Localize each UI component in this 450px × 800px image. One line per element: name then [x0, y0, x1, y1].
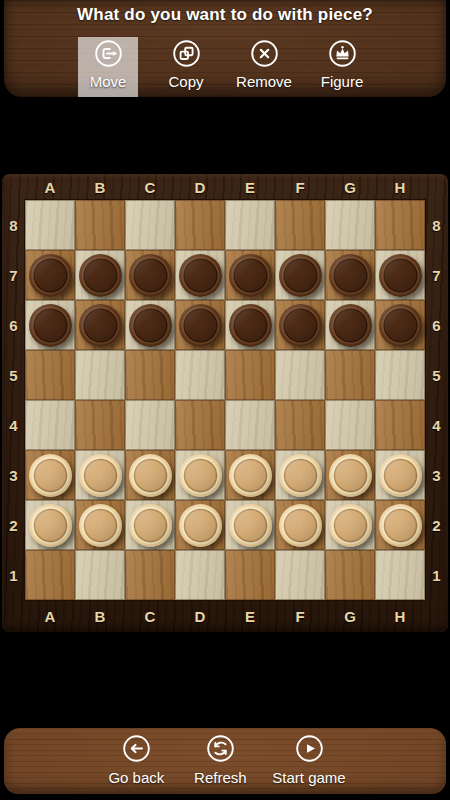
square-E8[interactable]: [225, 200, 275, 250]
square-B7[interactable]: [75, 250, 125, 300]
game-footer-toolbar: Go back Refresh Start game: [4, 728, 446, 794]
go-back-label: Go back: [108, 769, 164, 786]
dark-piece-H6[interactable]: [379, 304, 422, 347]
move-icon: [95, 40, 122, 67]
dialog-title: What do you want to do with piece?: [4, 0, 446, 25]
square-C5[interactable]: [125, 350, 175, 400]
piece-action-dialog: What do you want to do with piece? Move …: [4, 0, 446, 97]
square-B4[interactable]: [75, 400, 125, 450]
play-icon: [296, 735, 323, 762]
dark-piece-E6[interactable]: [229, 304, 272, 347]
copy-label: Copy: [168, 73, 203, 90]
dark-piece-H7[interactable]: [379, 254, 422, 297]
file-labels-top: ABCDEFGH: [25, 174, 425, 200]
square-E4[interactable]: [225, 400, 275, 450]
square-G4[interactable]: [325, 400, 375, 450]
square-F7[interactable]: [275, 250, 325, 300]
start-game-label: Start game: [272, 769, 345, 786]
file-label-E: E: [245, 179, 255, 196]
rank-labels-left: 87654321: [2, 200, 25, 600]
square-A1[interactable]: [25, 550, 75, 600]
square-D6[interactable]: [175, 300, 225, 350]
square-C2[interactable]: [125, 500, 175, 550]
square-C8[interactable]: [125, 200, 175, 250]
square-F6[interactable]: [275, 300, 325, 350]
dark-piece-D6[interactable]: [179, 304, 222, 347]
dark-piece-F7[interactable]: [279, 254, 322, 297]
rank-label-6: 6: [432, 317, 440, 334]
rank-label-1: 1: [9, 567, 17, 584]
remove-label: Remove: [236, 73, 292, 90]
piece-action-toolbar: Move Copy Remove Figure: [4, 37, 446, 97]
square-F5[interactable]: [275, 350, 325, 400]
light-piece-C2[interactable]: [129, 504, 172, 547]
file-label-C: C: [145, 179, 156, 196]
square-F1[interactable]: [275, 550, 325, 600]
square-A5[interactable]: [25, 350, 75, 400]
rank-label-5: 5: [432, 367, 440, 384]
square-A3[interactable]: [25, 450, 75, 500]
light-piece-B3[interactable]: [79, 454, 122, 497]
square-H1[interactable]: [375, 550, 425, 600]
dark-piece-C7[interactable]: [129, 254, 172, 297]
square-A2[interactable]: [25, 500, 75, 550]
square-D8[interactable]: [175, 200, 225, 250]
rank-label-5: 5: [9, 367, 17, 384]
copy-icon: [173, 40, 200, 67]
dark-piece-A6[interactable]: [29, 304, 72, 347]
refresh-label: Refresh: [194, 769, 247, 786]
square-D7[interactable]: [175, 250, 225, 300]
square-E7[interactable]: [225, 250, 275, 300]
light-piece-F2[interactable]: [279, 504, 322, 547]
square-G7[interactable]: [325, 250, 375, 300]
checkers-board: ABCDEFGH 87654321 87654321 ABCDEFGH: [2, 174, 448, 632]
rank-label-7: 7: [432, 267, 440, 284]
rank-label-2: 2: [432, 517, 440, 534]
square-G3[interactable]: [325, 450, 375, 500]
rank-label-4: 4: [9, 417, 17, 434]
light-piece-E3[interactable]: [229, 454, 272, 497]
square-B3[interactable]: [75, 450, 125, 500]
light-piece-E2[interactable]: [229, 504, 272, 547]
square-H2[interactable]: [375, 500, 425, 550]
rank-label-2: 2: [9, 517, 17, 534]
dark-piece-A7[interactable]: [29, 254, 72, 297]
refresh-icon: [207, 735, 234, 762]
file-label-H: H: [395, 179, 406, 196]
figure-button[interactable]: Figure: [312, 37, 372, 97]
dark-piece-G6[interactable]: [329, 304, 372, 347]
file-label-C: C: [145, 608, 156, 625]
square-D3[interactable]: [175, 450, 225, 500]
square-F4[interactable]: [275, 400, 325, 450]
square-B5[interactable]: [75, 350, 125, 400]
file-label-A: A: [45, 179, 56, 196]
file-label-B: B: [95, 608, 106, 625]
dark-piece-D7[interactable]: [179, 254, 222, 297]
light-piece-G2[interactable]: [329, 504, 372, 547]
square-E1[interactable]: [225, 550, 275, 600]
light-piece-C3[interactable]: [129, 454, 172, 497]
light-piece-B2[interactable]: [79, 504, 122, 547]
square-G8[interactable]: [325, 200, 375, 250]
refresh-button[interactable]: Refresh: [188, 728, 252, 794]
rank-label-4: 4: [432, 417, 440, 434]
square-F3[interactable]: [275, 450, 325, 500]
light-piece-F3[interactable]: [279, 454, 322, 497]
light-piece-A2[interactable]: [29, 504, 72, 547]
rank-label-3: 3: [432, 467, 440, 484]
square-E3[interactable]: [225, 450, 275, 500]
dark-piece-F6[interactable]: [279, 304, 322, 347]
move-button[interactable]: Move: [78, 37, 138, 97]
figure-label: Figure: [321, 73, 364, 90]
square-C1[interactable]: [125, 550, 175, 600]
square-A8[interactable]: [25, 200, 75, 250]
light-piece-H3[interactable]: [379, 454, 422, 497]
dark-piece-E7[interactable]: [229, 254, 272, 297]
square-H6[interactable]: [375, 300, 425, 350]
square-B8[interactable]: [75, 200, 125, 250]
square-C6[interactable]: [125, 300, 175, 350]
square-E6[interactable]: [225, 300, 275, 350]
file-label-G: G: [344, 608, 356, 625]
rank-label-6: 6: [9, 317, 17, 334]
dark-piece-C6[interactable]: [129, 304, 172, 347]
square-E5[interactable]: [225, 350, 275, 400]
square-B1[interactable]: [75, 550, 125, 600]
square-D4[interactable]: [175, 400, 225, 450]
file-labels-bottom: ABCDEFGH: [25, 600, 425, 632]
square-G5[interactable]: [325, 350, 375, 400]
light-piece-D2[interactable]: [179, 504, 222, 547]
square-G1[interactable]: [325, 550, 375, 600]
dark-piece-B7[interactable]: [79, 254, 122, 297]
square-A4[interactable]: [25, 400, 75, 450]
light-piece-G3[interactable]: [329, 454, 372, 497]
square-H5[interactable]: [375, 350, 425, 400]
file-label-H: H: [395, 608, 406, 625]
dark-piece-G7[interactable]: [329, 254, 372, 297]
square-D2[interactable]: [175, 500, 225, 550]
board-grid: [25, 200, 425, 600]
square-H4[interactable]: [375, 400, 425, 450]
square-C4[interactable]: [125, 400, 175, 450]
remove-button[interactable]: Remove: [234, 37, 294, 97]
file-label-A: A: [45, 608, 56, 625]
rank-label-8: 8: [9, 217, 17, 234]
file-label-B: B: [95, 179, 106, 196]
remove-icon: [251, 40, 278, 67]
file-label-D: D: [195, 179, 206, 196]
rank-label-1: 1: [432, 567, 440, 584]
figure-icon: [329, 40, 356, 67]
square-H7[interactable]: [375, 250, 425, 300]
light-piece-H2[interactable]: [379, 504, 422, 547]
square-D5[interactable]: [175, 350, 225, 400]
light-piece-A3[interactable]: [29, 454, 72, 497]
square-B2[interactable]: [75, 500, 125, 550]
square-C3[interactable]: [125, 450, 175, 500]
rank-label-3: 3: [9, 467, 17, 484]
square-F2[interactable]: [275, 500, 325, 550]
file-label-E: E: [245, 608, 255, 625]
go-back-button[interactable]: Go back: [104, 728, 168, 794]
light-piece-D3[interactable]: [179, 454, 222, 497]
square-A7[interactable]: [25, 250, 75, 300]
start-game-button[interactable]: Start game: [272, 728, 345, 794]
move-label: Move: [90, 73, 127, 90]
square-C7[interactable]: [125, 250, 175, 300]
file-label-D: D: [195, 608, 206, 625]
rank-labels-right: 87654321: [425, 200, 448, 600]
square-H3[interactable]: [375, 450, 425, 500]
square-H8[interactable]: [375, 200, 425, 250]
file-label-G: G: [344, 179, 356, 196]
back-icon: [123, 735, 150, 762]
copy-button[interactable]: Copy: [156, 37, 216, 97]
square-A6[interactable]: [25, 300, 75, 350]
file-label-F: F: [295, 608, 304, 625]
dark-piece-B6[interactable]: [79, 304, 122, 347]
square-G6[interactable]: [325, 300, 375, 350]
square-G2[interactable]: [325, 500, 375, 550]
square-D1[interactable]: [175, 550, 225, 600]
square-E2[interactable]: [225, 500, 275, 550]
rank-label-7: 7: [9, 267, 17, 284]
file-label-F: F: [295, 179, 304, 196]
rank-label-8: 8: [432, 217, 440, 234]
square-F8[interactable]: [275, 200, 325, 250]
square-B6[interactable]: [75, 300, 125, 350]
